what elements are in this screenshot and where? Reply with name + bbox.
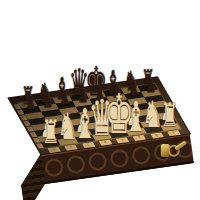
file-label-g: g	[150, 132, 164, 138]
chess-box: a8b7c6d5e4f3g2h1	[33, 74, 194, 180]
chess-set: a8b7c6d5e4f3g2h1	[4, 50, 196, 196]
file-label-f: f	[133, 134, 147, 140]
file-label-h: h	[167, 130, 181, 136]
clasp-hook-icon	[174, 141, 187, 151]
file-label-b: b	[64, 144, 78, 150]
file-label-a: a	[47, 146, 61, 152]
file-label-e: e	[115, 137, 129, 143]
photo-canvas: a8b7c6d5e4f3g2h1 ♜♞♝♛♚♝♞♜♟♟♟♟♟♟♟♟♟♟♟♟♟♟♟…	[0, 0, 200, 200]
file-label-d: d	[98, 139, 112, 145]
brass-clasp	[158, 137, 191, 163]
file-label-c: c	[81, 142, 95, 148]
